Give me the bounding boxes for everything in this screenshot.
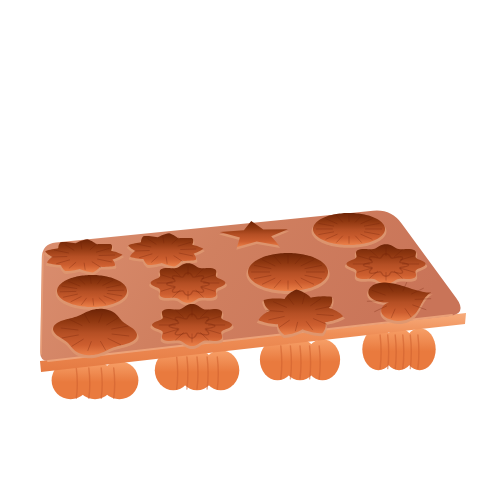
cavity-scallop: [345, 244, 427, 287]
foot-lobe: [404, 328, 436, 370]
cavity-opening: [57, 275, 127, 307]
foot-lobe: [100, 361, 138, 399]
cavity-rib-line: [415, 299, 431, 300]
baking-mold-photo: [0, 0, 500, 500]
cavity-round: [312, 213, 387, 248]
cavity-rib-line: [367, 301, 383, 302]
cavity-rib-line: [99, 255, 115, 256]
cavity-rib-line: [180, 249, 196, 250]
cavity-scallop: [149, 263, 227, 306]
cavity-rib-line: [51, 257, 67, 258]
cavity-round: [56, 275, 129, 310]
cavity-rib-line: [134, 251, 150, 252]
foot-under-heart: [362, 328, 435, 370]
product-photo: [0, 0, 500, 500]
cavity-round: [246, 253, 329, 294]
